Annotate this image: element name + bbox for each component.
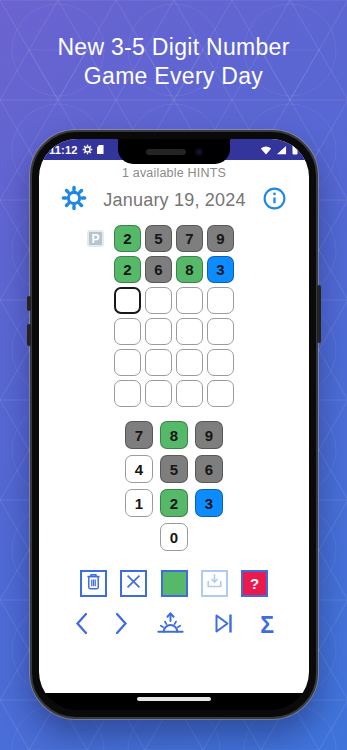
grid-cell-r3c3[interactable] [176, 287, 203, 314]
grid-cell-r6c4[interactable] [207, 380, 234, 407]
key-9[interactable]: 9 [195, 421, 223, 449]
grid-cell-r5c4[interactable] [207, 349, 234, 376]
keypad: 7 8 9 4 5 6 1 2 3 0 [39, 421, 309, 551]
wifi-icon [260, 141, 272, 159]
grid-cell-r1c3: 7 [176, 225, 203, 252]
prev-chevron-icon[interactable] [74, 611, 89, 640]
grid-cell-r1c4: 9 [207, 225, 234, 252]
grid-cell-r1c1: 2 [114, 225, 141, 252]
hero-title: New 3-5 Digit Number Game Every Day [0, 33, 347, 91]
hero-title-line2: Game Every Day [0, 62, 347, 91]
speaker-slot [146, 149, 186, 155]
download-icon [204, 571, 225, 596]
key-1[interactable]: 1 [125, 489, 153, 517]
delete-guess-button[interactable] [80, 570, 107, 597]
key-6[interactable]: 6 [195, 455, 223, 483]
phone-frame: 11:12 [30, 130, 318, 719]
status-time: 11:12 [49, 144, 78, 156]
app-header: January 19, 2024 [39, 186, 309, 214]
grid-cell-r2c2: 6 [145, 256, 172, 283]
notch [118, 139, 230, 164]
next-chevron-icon[interactable] [114, 611, 129, 640]
key-7[interactable]: 7 [125, 421, 153, 449]
hint-button[interactable]: ? [241, 570, 268, 597]
key-0[interactable]: 0 [160, 523, 188, 551]
guess-grid: 2 5 7 9 2 6 8 3 [114, 225, 234, 407]
nav-toolbar: Σ [74, 610, 274, 641]
trash-icon [83, 571, 104, 596]
grid-cell-r1c2: 5 [145, 225, 172, 252]
phone-screen: 11:12 [39, 139, 309, 710]
app-content: 11:12 [39, 139, 309, 693]
status-sim-icon [97, 145, 104, 154]
grid-cell-r4c1[interactable] [114, 318, 141, 345]
grid-cell-r3c4[interactable] [207, 287, 234, 314]
key-3[interactable]: 3 [195, 489, 223, 517]
reveal-sunrise-icon[interactable] [154, 610, 187, 641]
status-gear-icon [82, 141, 93, 159]
action-toolbar: ? [80, 570, 268, 597]
home-indicator[interactable] [137, 697, 211, 701]
key-2[interactable]: 2 [160, 489, 188, 517]
key-8[interactable]: 8 [160, 421, 188, 449]
hints-label: 1 available HINTS [39, 166, 309, 180]
signal-icon [276, 141, 287, 159]
key-4[interactable]: 4 [125, 455, 153, 483]
x-icon [123, 571, 144, 596]
grid-cell-r2c3: 8 [176, 256, 203, 283]
info-icon[interactable] [262, 186, 287, 215]
grid-cell-r6c2[interactable] [145, 380, 172, 407]
summary-sigma-icon[interactable]: Σ [260, 614, 274, 637]
skip-to-end-icon[interactable] [212, 611, 235, 640]
grid-cell-r2c1: 2 [114, 256, 141, 283]
grid-cell-r4c2[interactable] [145, 318, 172, 345]
grid-cell-r5c2[interactable] [145, 349, 172, 376]
grid-cell-r3c1[interactable] [114, 287, 141, 314]
grid-cell-r2c4: 3 [207, 256, 234, 283]
save-button[interactable] [201, 570, 228, 597]
practice-badge: P [87, 230, 104, 247]
volume-down-button [27, 324, 31, 346]
clear-button[interactable] [120, 570, 147, 597]
hero-title-line1: New 3-5 Digit Number [0, 33, 347, 62]
question-mark-icon: ? [250, 575, 259, 592]
grid-cell-r5c1[interactable] [114, 349, 141, 376]
grid-cell-r6c1[interactable] [114, 380, 141, 407]
grid-cell-r6c3[interactable] [176, 380, 203, 407]
green-mark-button[interactable] [161, 570, 188, 597]
camera-dot [195, 148, 203, 156]
grid-cell-r3c2[interactable] [145, 287, 172, 314]
date-label: January 19, 2024 [103, 190, 245, 211]
grid-cell-r4c4[interactable] [207, 318, 234, 345]
settings-gear-icon[interactable] [61, 185, 87, 215]
power-button [317, 285, 321, 343]
grid-cell-r4c3[interactable] [176, 318, 203, 345]
volume-up-button [27, 296, 31, 311]
battery-icon [291, 141, 299, 159]
grid-cell-r5c3[interactable] [176, 349, 203, 376]
key-5[interactable]: 5 [160, 455, 188, 483]
